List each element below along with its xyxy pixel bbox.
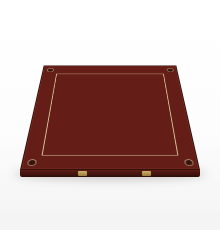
border-corner [177,155,200,170]
brass-hinge-icon [78,171,87,176]
board-front-edge [20,170,200,177]
coords-files-top [57,66,163,75]
chess-board [20,66,200,170]
border-corner [20,155,43,170]
border-corner [42,66,59,75]
border-corner [162,66,179,75]
coords-files-bottom [40,155,180,170]
chess-set-photo [0,0,220,230]
brass-hinge-icon [142,171,151,176]
chess-board-grid [43,74,178,155]
